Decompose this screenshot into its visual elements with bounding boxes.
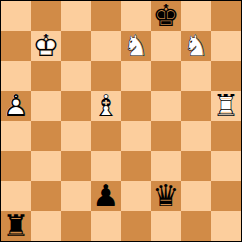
square-b4[interactable]	[31, 121, 61, 151]
square-e3[interactable]	[121, 151, 151, 181]
square-d2[interactable]: ♟	[91, 181, 121, 211]
square-h6[interactable]	[211, 61, 241, 91]
white-knight-piece: ♞♘	[181, 31, 211, 61]
white-piece-outline-glyph: ♖	[211, 91, 241, 121]
square-h8[interactable]	[211, 1, 241, 31]
square-c5[interactable]	[61, 91, 91, 121]
black-piece-glyph: ♚	[151, 1, 181, 31]
square-e5[interactable]	[121, 91, 151, 121]
square-g2[interactable]	[181, 181, 211, 211]
square-f6[interactable]	[151, 61, 181, 91]
square-f1[interactable]	[151, 211, 181, 241]
white-rook-piece: ♜♖	[211, 91, 241, 121]
square-d1[interactable]	[91, 211, 121, 241]
square-d7[interactable]	[91, 31, 121, 61]
square-e1[interactable]	[121, 211, 151, 241]
square-c3[interactable]	[61, 151, 91, 181]
square-g7[interactable]: ♞♘	[181, 31, 211, 61]
black-piece-glyph: ♜	[1, 211, 31, 241]
square-b6[interactable]	[31, 61, 61, 91]
square-h7[interactable]	[211, 31, 241, 61]
square-c1[interactable]	[61, 211, 91, 241]
white-piece-outline-glyph: ♘	[121, 31, 151, 61]
white-piece-outline-glyph: ♙	[1, 91, 31, 121]
square-e6[interactable]	[121, 61, 151, 91]
square-g6[interactable]	[181, 61, 211, 91]
black-king-piece: ♚	[151, 1, 181, 31]
white-piece-fill-glyph: ♞	[121, 31, 151, 61]
square-a6[interactable]	[1, 61, 31, 91]
white-pawn-piece: ♟♙	[1, 91, 31, 121]
white-piece-fill-glyph: ♟	[1, 91, 31, 121]
white-piece-fill-glyph: ♚	[31, 31, 61, 61]
white-piece-fill-glyph: ♝	[91, 91, 121, 121]
square-f7[interactable]	[151, 31, 181, 61]
square-c2[interactable]	[61, 181, 91, 211]
white-piece-outline-glyph: ♘	[181, 31, 211, 61]
square-e8[interactable]	[121, 1, 151, 31]
black-piece-glyph: ♟	[91, 181, 121, 211]
black-piece-glyph: ♛	[151, 181, 181, 211]
square-f5[interactable]	[151, 91, 181, 121]
square-h2[interactable]	[211, 181, 241, 211]
square-h3[interactable]	[211, 151, 241, 181]
square-h5[interactable]: ♜♖	[211, 91, 241, 121]
square-d6[interactable]	[91, 61, 121, 91]
white-piece-fill-glyph: ♞	[181, 31, 211, 61]
square-a2[interactable]	[1, 181, 31, 211]
square-e2[interactable]	[121, 181, 151, 211]
square-b8[interactable]	[31, 1, 61, 31]
square-d5[interactable]: ♝♗	[91, 91, 121, 121]
square-c7[interactable]	[61, 31, 91, 61]
square-a8[interactable]	[1, 1, 31, 31]
square-d4[interactable]	[91, 121, 121, 151]
white-king-piece: ♚♔	[31, 31, 61, 61]
square-g3[interactable]	[181, 151, 211, 181]
square-f4[interactable]	[151, 121, 181, 151]
black-pawn-piece: ♟	[91, 181, 121, 211]
square-a1[interactable]: ♜	[1, 211, 31, 241]
square-b5[interactable]	[31, 91, 61, 121]
black-queen-piece: ♛	[151, 181, 181, 211]
chess-board: ♚♚♔♞♘♞♘♟♙♝♗♜♖♟♛♜	[0, 0, 242, 242]
square-d8[interactable]	[91, 1, 121, 31]
square-c6[interactable]	[61, 61, 91, 91]
square-e7[interactable]: ♞♘	[121, 31, 151, 61]
square-h1[interactable]	[211, 211, 241, 241]
square-c8[interactable]	[61, 1, 91, 31]
square-b1[interactable]	[31, 211, 61, 241]
square-b7[interactable]: ♚♔	[31, 31, 61, 61]
square-d3[interactable]	[91, 151, 121, 181]
square-f3[interactable]	[151, 151, 181, 181]
square-g5[interactable]	[181, 91, 211, 121]
white-piece-outline-glyph: ♔	[31, 31, 61, 61]
white-piece-fill-glyph: ♜	[211, 91, 241, 121]
square-a3[interactable]	[1, 151, 31, 181]
square-a5[interactable]: ♟♙	[1, 91, 31, 121]
square-a7[interactable]	[1, 31, 31, 61]
square-f2[interactable]: ♛	[151, 181, 181, 211]
square-b3[interactable]	[31, 151, 61, 181]
square-e4[interactable]	[121, 121, 151, 151]
square-f8[interactable]: ♚	[151, 1, 181, 31]
square-g8[interactable]	[181, 1, 211, 31]
square-c4[interactable]	[61, 121, 91, 151]
square-h4[interactable]	[211, 121, 241, 151]
black-rook-piece: ♜	[1, 211, 31, 241]
square-g1[interactable]	[181, 211, 211, 241]
square-g4[interactable]	[181, 121, 211, 151]
square-a4[interactable]	[1, 121, 31, 151]
white-piece-outline-glyph: ♗	[91, 91, 121, 121]
square-b2[interactable]	[31, 181, 61, 211]
white-knight-piece: ♞♘	[121, 31, 151, 61]
white-bishop-piece: ♝♗	[91, 91, 121, 121]
